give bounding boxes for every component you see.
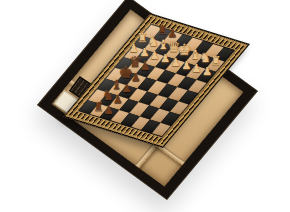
chess-set-scene: ♜♟♜♞♝♛♚♝♞♜♟♟♟♟♟♟♟♟♛♟♚♟♝♟♞♟♜♟	[0, 0, 290, 212]
chess-piece-white-p: ♟	[181, 60, 191, 71]
chess-piece-black-p: ♟	[131, 72, 141, 83]
chess-piece-white-p: ♟	[171, 57, 181, 68]
chess-piece-black-r: ♜	[93, 101, 104, 113]
chess-piece-black-p: ♟	[140, 61, 150, 72]
chess-piece-black-p: ♟	[113, 94, 123, 105]
chess-piece-white-r: ♜	[211, 55, 222, 67]
chess-piece-white-p: ♟	[150, 50, 160, 61]
chess-piece-black-p: ♟	[122, 83, 132, 94]
chess-piece-black-p: ♟	[104, 105, 114, 116]
chess-piece-white-p: ♟	[160, 53, 170, 64]
chess-piece-white-p: ♟	[192, 63, 202, 74]
chess-piece-white-p: ♟	[202, 67, 212, 78]
